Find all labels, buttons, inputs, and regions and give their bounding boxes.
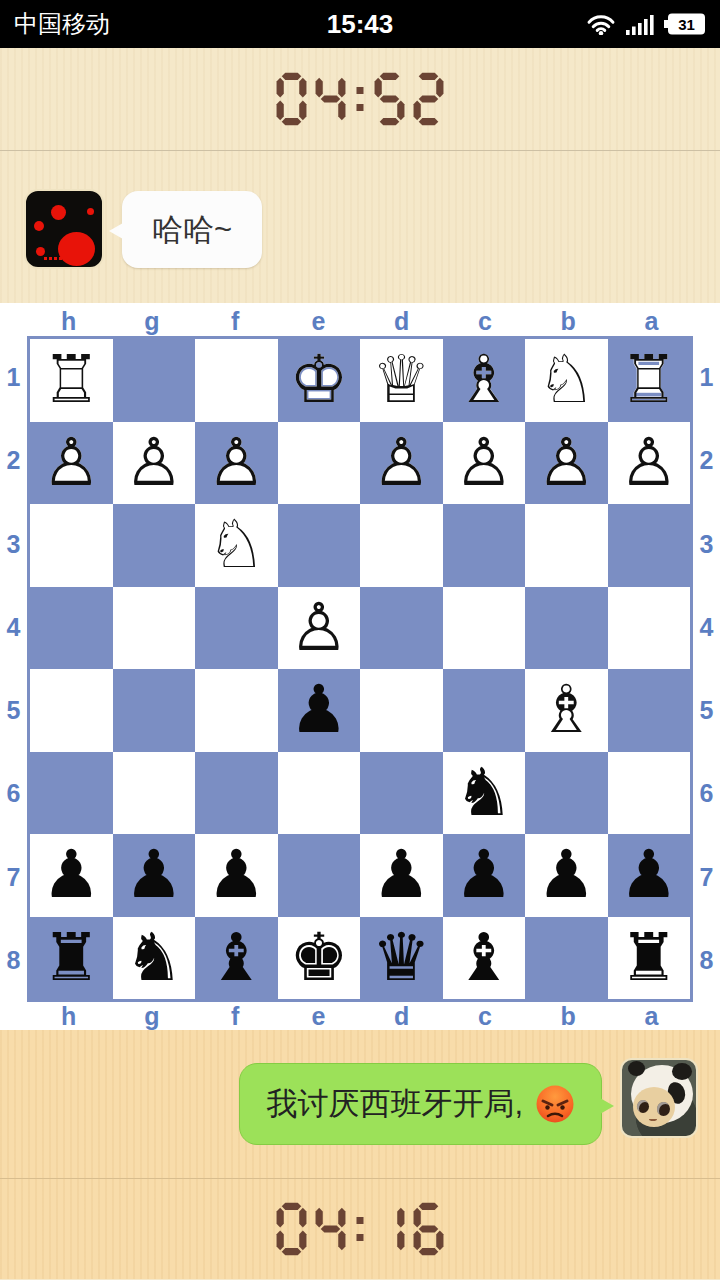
file-label-f: f bbox=[194, 1002, 277, 1031]
rank-label-2: 2 bbox=[693, 419, 720, 502]
white-rook[interactable]: ♜♖ bbox=[608, 339, 691, 422]
black-pawn[interactable]: ♟ bbox=[30, 834, 113, 917]
square-e2[interactable] bbox=[278, 422, 361, 505]
white-king[interactable]: ♚♔ bbox=[278, 339, 361, 422]
black-pawn[interactable]: ♟ bbox=[195, 834, 278, 917]
seven-segment-char bbox=[373, 1201, 406, 1257]
white-rook[interactable]: ♜♖ bbox=[30, 339, 113, 422]
square-c4[interactable] bbox=[443, 587, 526, 670]
screen: 中国移动 15:43 bbox=[0, 0, 720, 1280]
square-h7[interactable]: ♟ bbox=[30, 834, 113, 917]
black-pawn[interactable]: ♟ bbox=[525, 834, 608, 917]
panda-ear-icon bbox=[628, 1061, 645, 1076]
seven-segment-char bbox=[412, 71, 445, 127]
square-a5[interactable] bbox=[608, 669, 691, 752]
square-b7[interactable]: ♟ bbox=[525, 834, 608, 917]
square-g2[interactable]: ♟♙ bbox=[113, 422, 196, 505]
black-king[interactable]: ♚ bbox=[278, 917, 361, 1000]
battery-icon: 31 bbox=[664, 12, 706, 36]
square-b2[interactable]: ♟♙ bbox=[525, 422, 608, 505]
angry-emoji-icon bbox=[535, 1084, 575, 1124]
square-b8[interactable] bbox=[525, 917, 608, 1000]
square-f2[interactable]: ♟♙ bbox=[195, 422, 278, 505]
avatar-dot bbox=[51, 205, 66, 220]
opponent-chat-text: 哈哈~ bbox=[152, 209, 232, 251]
square-h6[interactable] bbox=[30, 752, 113, 835]
black-pawn[interactable]: ♟ bbox=[113, 834, 196, 917]
square-h4[interactable] bbox=[30, 587, 113, 670]
white-queen[interactable]: ♛♕ bbox=[360, 339, 443, 422]
signal-strength-icon bbox=[626, 13, 654, 35]
avatar-dot bbox=[58, 232, 95, 266]
white-pawn[interactable]: ♟♙ bbox=[30, 422, 113, 505]
file-labels-bottom: hgfedcba bbox=[0, 1002, 720, 1030]
square-a3[interactable] bbox=[608, 504, 691, 587]
bubble-tail-left bbox=[109, 223, 123, 239]
square-e8[interactable]: ♚ bbox=[278, 917, 361, 1000]
square-e1[interactable]: ♚♔ bbox=[278, 339, 361, 422]
white-pawn[interactable]: ♟♙ bbox=[278, 587, 361, 670]
white-bishop[interactable]: ♝♗ bbox=[443, 339, 526, 422]
rank-label-4: 4 bbox=[0, 586, 27, 669]
square-h8[interactable]: ♜ bbox=[30, 917, 113, 1000]
square-b4[interactable] bbox=[525, 587, 608, 670]
rank-label-7: 7 bbox=[693, 836, 720, 919]
white-knight[interactable]: ♞♘ bbox=[195, 504, 278, 587]
avatar-dot bbox=[87, 208, 94, 215]
rank-label-1: 1 bbox=[0, 336, 27, 419]
seven-segment-char bbox=[275, 1201, 308, 1257]
square-e5[interactable]: ♟ bbox=[278, 669, 361, 752]
rank-label-8: 8 bbox=[0, 919, 27, 1002]
file-label-f: f bbox=[194, 307, 277, 336]
square-f6[interactable] bbox=[195, 752, 278, 835]
square-d3[interactable] bbox=[360, 504, 443, 587]
black-pawn[interactable]: ♟ bbox=[608, 834, 691, 917]
square-b6[interactable] bbox=[525, 752, 608, 835]
square-a7[interactable]: ♟ bbox=[608, 834, 691, 917]
square-b5[interactable]: ♝♗ bbox=[525, 669, 608, 752]
eye-icon bbox=[637, 1100, 649, 1113]
black-bishop[interactable]: ♝ bbox=[443, 917, 526, 1000]
seven-segment-char bbox=[353, 1201, 367, 1257]
square-e6[interactable] bbox=[278, 752, 361, 835]
square-d1[interactable]: ♛♕ bbox=[360, 339, 443, 422]
seven-segment-char bbox=[412, 1201, 445, 1257]
file-label-d: d bbox=[360, 1002, 443, 1031]
square-c6[interactable]: ♞ bbox=[443, 752, 526, 835]
file-label-e: e bbox=[277, 1002, 360, 1031]
file-label-b: b bbox=[527, 1002, 610, 1031]
square-a1[interactable]: ♜♖ bbox=[608, 339, 691, 422]
opponent-clock-display bbox=[275, 71, 445, 127]
rank-label-2: 2 bbox=[0, 419, 27, 502]
white-pawn[interactable]: ♟♙ bbox=[608, 422, 691, 505]
white-pawn[interactable]: ♟♙ bbox=[525, 422, 608, 505]
file-label-b: b bbox=[527, 307, 610, 336]
rank-label-5: 5 bbox=[0, 669, 27, 752]
rank-label-3: 3 bbox=[693, 503, 720, 586]
seven-segment-char bbox=[314, 71, 347, 127]
square-a4[interactable] bbox=[608, 587, 691, 670]
rank-label-1: 1 bbox=[693, 336, 720, 419]
square-g8[interactable]: ♞ bbox=[113, 917, 196, 1000]
square-d8[interactable]: ♛ bbox=[360, 917, 443, 1000]
square-c8[interactable]: ♝ bbox=[443, 917, 526, 1000]
black-pawn[interactable]: ♟ bbox=[278, 669, 361, 752]
file-label-g: g bbox=[110, 1002, 193, 1031]
rank-labels-right: 12345678 bbox=[693, 336, 720, 1002]
square-e4[interactable]: ♟♙ bbox=[278, 587, 361, 670]
square-g5[interactable] bbox=[113, 669, 196, 752]
player-chat-bubble: 我讨厌西班牙开局, bbox=[239, 1063, 602, 1145]
square-h2[interactable]: ♟♙ bbox=[30, 422, 113, 505]
rank-label-3: 3 bbox=[0, 503, 27, 586]
black-rook[interactable]: ♜ bbox=[608, 917, 691, 1000]
eye-icon bbox=[657, 1102, 670, 1116]
file-label-h: h bbox=[27, 1002, 110, 1031]
avatar-dot bbox=[34, 221, 44, 231]
black-knight[interactable]: ♞ bbox=[443, 752, 526, 835]
mouth-icon bbox=[649, 1117, 657, 1121]
square-b1[interactable]: ♞♘ bbox=[525, 339, 608, 422]
rank-label-4: 4 bbox=[693, 586, 720, 669]
player-chat-text: 我讨厌西班牙开局, bbox=[266, 1083, 523, 1125]
avatar-dot bbox=[36, 247, 45, 256]
opponent-chat-bubble: 哈哈~ bbox=[122, 191, 262, 268]
seven-segment-char bbox=[353, 71, 367, 127]
seven-segment-char bbox=[275, 71, 308, 127]
player-avatar[interactable] bbox=[620, 1058, 698, 1138]
seven-segment-char bbox=[314, 1201, 347, 1257]
black-pawn[interactable]: ♟ bbox=[443, 834, 526, 917]
panda-face bbox=[633, 1087, 675, 1127]
square-d2[interactable]: ♟♙ bbox=[360, 422, 443, 505]
bubble-tail-right bbox=[600, 1098, 614, 1114]
rank-label-6: 6 bbox=[693, 752, 720, 835]
panda-ear-icon bbox=[672, 1063, 692, 1080]
square-f5[interactable] bbox=[195, 669, 278, 752]
square-e7[interactable] bbox=[278, 834, 361, 917]
square-g3[interactable] bbox=[113, 504, 196, 587]
chess-board-panel: hgfedcba 12345678 ♜♖♚♔♛♕♝♗♞♘♜♖♟♙♟♙♟♙♟♙♟♙… bbox=[0, 303, 720, 1030]
square-a8[interactable]: ♜ bbox=[608, 917, 691, 1000]
black-rook[interactable]: ♜ bbox=[30, 917, 113, 1000]
square-a2[interactable]: ♟♙ bbox=[608, 422, 691, 505]
file-label-a: a bbox=[610, 307, 693, 336]
avatar-logo-mark bbox=[44, 257, 88, 260]
square-f1[interactable] bbox=[195, 339, 278, 422]
square-g7[interactable]: ♟ bbox=[113, 834, 196, 917]
rank-label-7: 7 bbox=[0, 836, 27, 919]
square-c5[interactable] bbox=[443, 669, 526, 752]
square-g4[interactable] bbox=[113, 587, 196, 670]
chess-board: ♜♖♚♔♛♕♝♗♞♘♜♖♟♙♟♙♟♙♟♙♟♙♟♙♟♙♞♘♟♙♟♝♗♞♟♟♟♟♟♟… bbox=[27, 336, 693, 1002]
black-queen[interactable]: ♛ bbox=[360, 917, 443, 1000]
opponent-chat-row: 哈哈~ bbox=[0, 151, 720, 303]
status-bar: 中国移动 15:43 bbox=[0, 0, 720, 48]
player-clock-display bbox=[275, 1201, 445, 1257]
seven-segment-char bbox=[373, 71, 406, 127]
black-bishop[interactable]: ♝ bbox=[195, 917, 278, 1000]
square-f7[interactable]: ♟ bbox=[195, 834, 278, 917]
square-d5[interactable] bbox=[360, 669, 443, 752]
square-b3[interactable] bbox=[525, 504, 608, 587]
file-labels-top: hgfedcba bbox=[0, 306, 720, 336]
square-c1[interactable]: ♝♗ bbox=[443, 339, 526, 422]
rank-label-6: 6 bbox=[0, 752, 27, 835]
white-pawn[interactable]: ♟♙ bbox=[443, 422, 526, 505]
file-label-g: g bbox=[110, 307, 193, 336]
rank-label-5: 5 bbox=[693, 669, 720, 752]
battery-percent: 31 bbox=[678, 16, 695, 33]
white-pawn[interactable]: ♟♙ bbox=[113, 422, 196, 505]
file-label-a: a bbox=[610, 1002, 693, 1031]
file-label-c: c bbox=[443, 1002, 526, 1031]
square-d4[interactable] bbox=[360, 587, 443, 670]
file-label-e: e bbox=[277, 307, 360, 336]
black-pawn[interactable]: ♟ bbox=[360, 834, 443, 917]
white-knight[interactable]: ♞♘ bbox=[525, 339, 608, 422]
file-label-h: h bbox=[27, 307, 110, 336]
square-c2[interactable]: ♟♙ bbox=[443, 422, 526, 505]
player-clock bbox=[0, 1179, 720, 1279]
square-f3[interactable]: ♞♘ bbox=[195, 504, 278, 587]
square-e3[interactable] bbox=[278, 504, 361, 587]
wifi-icon bbox=[586, 13, 616, 35]
square-f4[interactable] bbox=[195, 587, 278, 670]
square-a6[interactable] bbox=[608, 752, 691, 835]
square-g6[interactable] bbox=[113, 752, 196, 835]
square-f8[interactable]: ♝ bbox=[195, 917, 278, 1000]
square-d6[interactable] bbox=[360, 752, 443, 835]
square-d7[interactable]: ♟ bbox=[360, 834, 443, 917]
square-h5[interactable] bbox=[30, 669, 113, 752]
black-knight[interactable]: ♞ bbox=[113, 917, 196, 1000]
file-label-c: c bbox=[443, 307, 526, 336]
rank-label-8: 8 bbox=[693, 919, 720, 1002]
opponent-clock bbox=[0, 48, 720, 150]
square-h3[interactable] bbox=[30, 504, 113, 587]
square-c3[interactable] bbox=[443, 504, 526, 587]
file-label-d: d bbox=[360, 307, 443, 336]
white-bishop[interactable]: ♝♗ bbox=[525, 669, 608, 752]
square-g1[interactable] bbox=[113, 339, 196, 422]
square-c7[interactable]: ♟ bbox=[443, 834, 526, 917]
rank-labels-left: 12345678 bbox=[0, 336, 27, 1002]
square-h1[interactable]: ♜♖ bbox=[30, 339, 113, 422]
white-pawn[interactable]: ♟♙ bbox=[360, 422, 443, 505]
white-pawn[interactable]: ♟♙ bbox=[195, 422, 278, 505]
player-chat-row: 我讨厌西班牙开局, bbox=[0, 1030, 720, 1178]
opponent-avatar[interactable] bbox=[24, 189, 104, 269]
